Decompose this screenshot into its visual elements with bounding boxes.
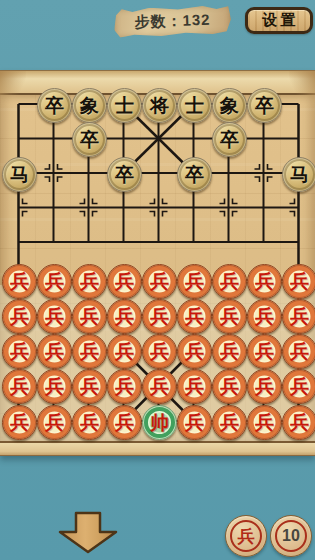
reserve-count-badge: 10 xyxy=(270,515,312,557)
reserve-soldier-glyph: 兵 xyxy=(238,525,255,548)
steps-counter: 步数：132 xyxy=(114,5,232,38)
red-soldier-piece[interactable]: 兵 xyxy=(282,299,315,334)
red-soldier-piece[interactable]: 兵 xyxy=(72,369,107,404)
reserve-count-value: 10 xyxy=(282,527,300,545)
red-soldier-piece[interactable]: 兵 xyxy=(107,264,142,299)
red-soldier-piece[interactable]: 兵 xyxy=(282,334,315,369)
red-soldier-piece[interactable]: 兵 xyxy=(177,334,212,369)
red-soldier-piece[interactable]: 兵 xyxy=(142,264,177,299)
red-soldier-piece[interactable]: 兵 xyxy=(247,299,282,334)
red-soldier-piece[interactable]: 兵 xyxy=(212,299,247,334)
down-arrow-icon[interactable] xyxy=(54,508,122,556)
red-soldier-piece[interactable]: 兵 xyxy=(212,334,247,369)
red-soldier-piece[interactable]: 兵 xyxy=(2,334,37,369)
steps-counter-text: 步数：132 xyxy=(134,11,211,33)
red-soldier-piece[interactable]: 兵 xyxy=(107,299,142,334)
red-soldier-piece[interactable]: 兵 xyxy=(177,405,212,440)
red-soldier-piece[interactable]: 兵 xyxy=(247,369,282,404)
board-bottom-rim xyxy=(0,441,315,456)
red-soldier-piece[interactable]: 兵 xyxy=(37,369,72,404)
red-soldier-piece[interactable]: 兵 xyxy=(282,405,315,440)
red-soldier-piece[interactable]: 兵 xyxy=(107,405,142,440)
red-soldier-piece[interactable]: 兵 xyxy=(212,264,247,299)
red-soldier-piece[interactable]: 兵 xyxy=(72,299,107,334)
reserve-soldier-badge[interactable]: 兵 xyxy=(225,515,267,557)
black-soldier-piece[interactable]: 卒 xyxy=(177,157,212,192)
red-soldier-piece[interactable]: 兵 xyxy=(142,369,177,404)
red-soldier-piece[interactable]: 兵 xyxy=(37,334,72,369)
red-soldier-piece[interactable]: 兵 xyxy=(2,369,37,404)
black-soldier-piece[interactable]: 卒 xyxy=(72,122,107,157)
red-soldier-piece[interactable]: 兵 xyxy=(72,334,107,369)
red-soldier-piece[interactable]: 兵 xyxy=(2,405,37,440)
red-soldier-piece[interactable]: 兵 xyxy=(142,334,177,369)
red-soldier-piece[interactable]: 兵 xyxy=(212,369,247,404)
red-soldier-piece[interactable]: 兵 xyxy=(37,264,72,299)
board-top-rim-left-corner xyxy=(0,71,26,96)
black-general-piece[interactable]: 将 xyxy=(142,88,177,123)
black-advisor-piece[interactable]: 士 xyxy=(177,88,212,123)
black-soldier-piece[interactable]: 卒 xyxy=(37,88,72,123)
red-soldier-piece[interactable]: 兵 xyxy=(72,264,107,299)
red-soldier-piece[interactable]: 兵 xyxy=(177,264,212,299)
red-soldier-piece[interactable]: 兵 xyxy=(247,334,282,369)
red-general-piece[interactable]: 帅 xyxy=(142,405,177,440)
red-soldier-piece[interactable]: 兵 xyxy=(2,264,37,299)
red-soldier-piece[interactable]: 兵 xyxy=(247,264,282,299)
black-elephant-piece[interactable]: 象 xyxy=(212,88,247,123)
red-soldier-piece[interactable]: 兵 xyxy=(212,405,247,440)
red-soldier-piece[interactable]: 兵 xyxy=(282,264,315,299)
red-soldier-piece[interactable]: 兵 xyxy=(107,369,142,404)
settings-button-label: 设置 xyxy=(263,11,299,30)
black-advisor-piece[interactable]: 士 xyxy=(107,88,142,123)
red-soldier-piece[interactable]: 兵 xyxy=(177,369,212,404)
red-soldier-piece[interactable]: 兵 xyxy=(282,369,315,404)
red-soldier-piece[interactable]: 兵 xyxy=(2,299,37,334)
black-elephant-piece[interactable]: 象 xyxy=(72,88,107,123)
red-soldier-piece[interactable]: 兵 xyxy=(37,299,72,334)
black-soldier-piece[interactable]: 卒 xyxy=(212,122,247,157)
black-horse-piece[interactable]: 马 xyxy=(2,157,37,192)
black-horse-piece[interactable]: 马 xyxy=(282,157,315,192)
board-top-rim-right-corner xyxy=(289,71,315,96)
red-soldier-piece[interactable]: 兵 xyxy=(72,405,107,440)
red-soldier-piece[interactable]: 兵 xyxy=(37,405,72,440)
red-soldier-piece[interactable]: 兵 xyxy=(107,334,142,369)
black-soldier-piece[interactable]: 卒 xyxy=(107,157,142,192)
game-screen: 步数：132 设置 卒象士将士象卒卒卒马卒卒马兵兵兵兵兵兵兵兵兵兵兵兵兵兵兵兵兵… xyxy=(0,0,315,560)
black-soldier-piece[interactable]: 卒 xyxy=(247,88,282,123)
red-soldier-piece[interactable]: 兵 xyxy=(142,299,177,334)
red-soldier-piece[interactable]: 兵 xyxy=(177,299,212,334)
red-soldier-piece[interactable]: 兵 xyxy=(247,405,282,440)
settings-button[interactable]: 设置 xyxy=(245,7,313,34)
